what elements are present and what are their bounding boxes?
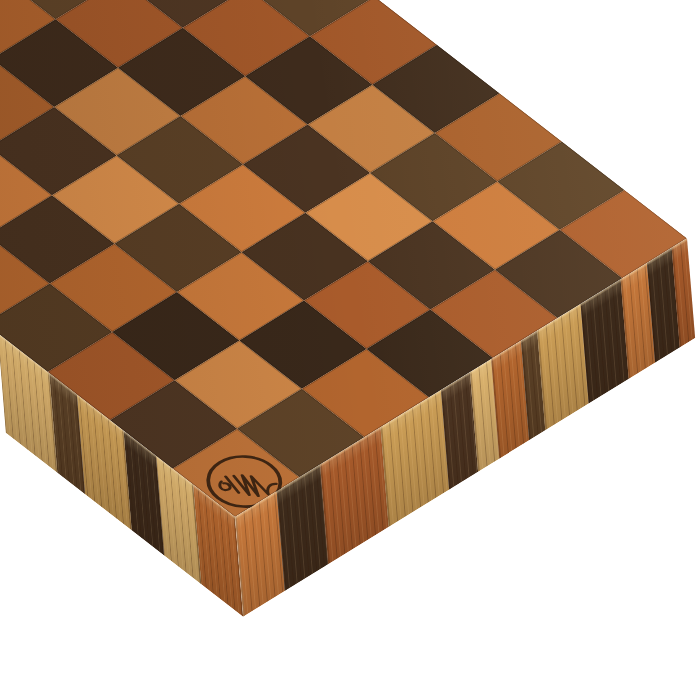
cutting-board-photo	[0, 0, 700, 700]
